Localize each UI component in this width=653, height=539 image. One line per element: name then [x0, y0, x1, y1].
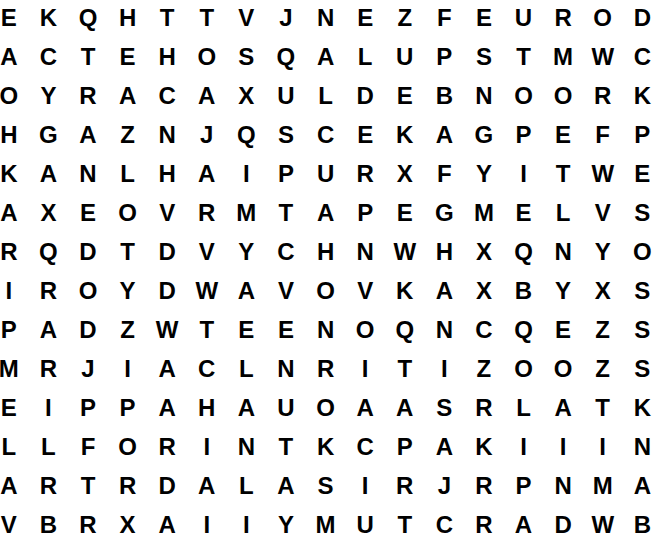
grid-cell-r10c7[interactable]: L: [227, 349, 267, 388]
grid-cell-r3c12[interactable]: B: [425, 76, 465, 115]
grid-cell-r10c15[interactable]: O: [543, 349, 583, 388]
grid-cell-r9c10[interactable]: O: [345, 310, 385, 349]
grid-cell-r7c14[interactable]: Q: [504, 232, 544, 271]
grid-cell-r13c6[interactable]: A: [187, 466, 227, 505]
grid-cell-r9c17[interactable]: S: [623, 310, 653, 349]
grid-cell-r4c3[interactable]: A: [68, 115, 108, 154]
grid-cell-r6c5[interactable]: V: [147, 193, 187, 232]
grid-cell-r7c5[interactable]: D: [147, 232, 187, 271]
grid-cell-r14c17[interactable]: B: [623, 505, 653, 539]
grid-cell-r6c11[interactable]: E: [385, 193, 425, 232]
grid-cell-r4c15[interactable]: E: [543, 115, 583, 154]
grid-cell-r1c16[interactable]: O: [583, 0, 623, 37]
grid-cell-r1c7[interactable]: V: [227, 0, 267, 37]
grid-cell-r10c14[interactable]: O: [504, 349, 544, 388]
grid-cell-r6c17[interactable]: S: [623, 193, 653, 232]
grid-cell-r4c13[interactable]: G: [464, 115, 504, 154]
grid-cell-r9c16[interactable]: Z: [583, 310, 623, 349]
grid-cell-r2c5[interactable]: H: [147, 37, 187, 76]
grid-cell-r5c16[interactable]: W: [583, 154, 623, 193]
grid-cell-r13c13[interactable]: R: [464, 466, 504, 505]
grid-cell-r12c17[interactable]: N: [623, 427, 653, 466]
grid-cell-r7c6[interactable]: V: [187, 232, 227, 271]
grid-cell-r4c11[interactable]: K: [385, 115, 425, 154]
letter-grid: EKQHTTVJNEZFEURODACTEHOSQALUPSTMWCOYRACA…: [0, 0, 653, 539]
grid-cell-r11c17[interactable]: K: [623, 388, 653, 427]
grid-cell-r14c10[interactable]: U: [345, 505, 385, 539]
grid-cell-r5c8[interactable]: P: [266, 154, 306, 193]
grid-cell-r10c17[interactable]: S: [623, 349, 653, 388]
grid-cell-r3c9[interactable]: L: [306, 76, 346, 115]
grid-cell-r4c10[interactable]: E: [345, 115, 385, 154]
grid-cell-r10c13[interactable]: Z: [464, 349, 504, 388]
grid-cell-r13c4[interactable]: R: [108, 466, 148, 505]
grid-cell-r3c8[interactable]: U: [266, 76, 306, 115]
grid-cell-r1c17[interactable]: D: [623, 0, 653, 37]
grid-cell-r9c12[interactable]: N: [425, 310, 465, 349]
grid-cell-r2c9[interactable]: A: [306, 37, 346, 76]
grid-cell-r8c3[interactable]: O: [68, 271, 108, 310]
grid-cell-r1c13[interactable]: E: [464, 0, 504, 37]
grid-cell-r5c5[interactable]: H: [147, 154, 187, 193]
grid-cell-r13c15[interactable]: N: [543, 466, 583, 505]
grid-cell-r12c13[interactable]: K: [464, 427, 504, 466]
grid-cell-r8c4[interactable]: Y: [108, 271, 148, 310]
grid-cell-r6c6[interactable]: R: [187, 193, 227, 232]
grid-cell-r11c12[interactable]: S: [425, 388, 465, 427]
grid-cell-r1c5[interactable]: T: [147, 0, 187, 37]
grid-cell-r3c3[interactable]: R: [68, 76, 108, 115]
grid-cell-r2c14[interactable]: T: [504, 37, 544, 76]
grid-cell-r14c14[interactable]: A: [504, 505, 544, 539]
word-search-board: EKQHTTVJNEZFEURODACTEHOSQALUPSTMWCOYRACA…: [0, 0, 653, 539]
grid-cell-r12c7[interactable]: N: [227, 427, 267, 466]
grid-cell-r5c9[interactable]: U: [306, 154, 346, 193]
grid-cell-r14c12[interactable]: C: [425, 505, 465, 539]
grid-cell-r5c12[interactable]: F: [425, 154, 465, 193]
grid-cell-r14c2[interactable]: B: [29, 505, 69, 539]
grid-cell-r14c5[interactable]: A: [147, 505, 187, 539]
grid-cell-r8c12[interactable]: A: [425, 271, 465, 310]
grid-cell-r9c11[interactable]: Q: [385, 310, 425, 349]
grid-cell-r5c2[interactable]: A: [29, 154, 69, 193]
grid-cell-r12c8[interactable]: T: [266, 427, 306, 466]
grid-cell-r12c2[interactable]: L: [29, 427, 69, 466]
grid-cell-r4c4[interactable]: Z: [108, 115, 148, 154]
grid-cell-r2c12[interactable]: P: [425, 37, 465, 76]
grid-cell-r5c14[interactable]: I: [504, 154, 544, 193]
grid-cell-r5c11[interactable]: X: [385, 154, 425, 193]
grid-cell-r1c6[interactable]: T: [187, 0, 227, 37]
grid-cell-r8c5[interactable]: D: [147, 271, 187, 310]
grid-cell-r8c11[interactable]: K: [385, 271, 425, 310]
grid-cell-r7c10[interactable]: N: [345, 232, 385, 271]
grid-cell-r4c12[interactable]: A: [425, 115, 465, 154]
grid-cell-r10c1[interactable]: M: [0, 349, 29, 388]
grid-cell-r2c1[interactable]: A: [0, 37, 29, 76]
grid-cell-r3c6[interactable]: A: [187, 76, 227, 115]
grid-cell-r11c8[interactable]: U: [266, 388, 306, 427]
grid-cell-r11c7[interactable]: A: [227, 388, 267, 427]
grid-cell-r4c1[interactable]: H: [0, 115, 29, 154]
grid-cell-r13c1[interactable]: A: [0, 466, 29, 505]
grid-cell-r3c4[interactable]: A: [108, 76, 148, 115]
grid-cell-r7c16[interactable]: Y: [583, 232, 623, 271]
grid-cell-r6c14[interactable]: E: [504, 193, 544, 232]
grid-cell-r11c16[interactable]: T: [583, 388, 623, 427]
grid-cell-r12c1[interactable]: L: [0, 427, 29, 466]
grid-cell-r7c2[interactable]: Q: [29, 232, 69, 271]
grid-cell-r5c15[interactable]: T: [543, 154, 583, 193]
grid-cell-r4c8[interactable]: S: [266, 115, 306, 154]
grid-cell-r13c3[interactable]: T: [68, 466, 108, 505]
grid-cell-r8c6[interactable]: W: [187, 271, 227, 310]
grid-cell-r10c8[interactable]: N: [266, 349, 306, 388]
grid-cell-r4c6[interactable]: J: [187, 115, 227, 154]
grid-cell-r11c11[interactable]: A: [385, 388, 425, 427]
grid-cell-r7c1[interactable]: R: [0, 232, 29, 271]
grid-cell-r4c16[interactable]: F: [583, 115, 623, 154]
grid-cell-r6c16[interactable]: V: [583, 193, 623, 232]
grid-cell-r11c1[interactable]: E: [0, 388, 29, 427]
grid-cell-r10c10[interactable]: I: [345, 349, 385, 388]
grid-cell-r14c9[interactable]: M: [306, 505, 346, 539]
grid-cell-r5c17[interactable]: E: [623, 154, 653, 193]
grid-cell-r12c16[interactable]: I: [583, 427, 623, 466]
grid-cell-r7c7[interactable]: Y: [227, 232, 267, 271]
grid-cell-r10c4[interactable]: I: [108, 349, 148, 388]
grid-cell-r2c8[interactable]: Q: [266, 37, 306, 76]
grid-cell-r3c11[interactable]: E: [385, 76, 425, 115]
grid-cell-r8c15[interactable]: Y: [543, 271, 583, 310]
grid-cell-r4c7[interactable]: Q: [227, 115, 267, 154]
grid-cell-r6c7[interactable]: M: [227, 193, 267, 232]
grid-cell-r13c17[interactable]: A: [623, 466, 653, 505]
grid-cell-r14c8[interactable]: Y: [266, 505, 306, 539]
grid-cell-r11c14[interactable]: L: [504, 388, 544, 427]
grid-cell-r13c14[interactable]: P: [504, 466, 544, 505]
grid-cell-r1c14[interactable]: U: [504, 0, 544, 37]
grid-cell-r11c2[interactable]: I: [29, 388, 69, 427]
grid-cell-r13c9[interactable]: S: [306, 466, 346, 505]
grid-cell-r3c15[interactable]: O: [543, 76, 583, 115]
grid-cell-r10c3[interactable]: J: [68, 349, 108, 388]
grid-cell-r12c3[interactable]: F: [68, 427, 108, 466]
grid-cell-r8c17[interactable]: S: [623, 271, 653, 310]
grid-cell-r7c17[interactable]: O: [623, 232, 653, 271]
grid-cell-r9c9[interactable]: N: [306, 310, 346, 349]
grid-cell-r12c11[interactable]: P: [385, 427, 425, 466]
grid-cell-r12c4[interactable]: O: [108, 427, 148, 466]
grid-cell-r8c8[interactable]: V: [266, 271, 306, 310]
grid-cell-r10c5[interactable]: A: [147, 349, 187, 388]
grid-cell-r4c9[interactable]: C: [306, 115, 346, 154]
grid-cell-r9c6[interactable]: T: [187, 310, 227, 349]
grid-cell-r5c3[interactable]: N: [68, 154, 108, 193]
grid-cell-r3c16[interactable]: R: [583, 76, 623, 115]
grid-cell-r5c1[interactable]: K: [0, 154, 29, 193]
grid-cell-r6c12[interactable]: G: [425, 193, 465, 232]
grid-cell-r8c1[interactable]: I: [0, 271, 29, 310]
grid-cell-r10c12[interactable]: I: [425, 349, 465, 388]
grid-cell-r11c5[interactable]: A: [147, 388, 187, 427]
grid-cell-r12c12[interactable]: A: [425, 427, 465, 466]
grid-cell-r14c11[interactable]: T: [385, 505, 425, 539]
grid-cell-r9c15[interactable]: E: [543, 310, 583, 349]
grid-cell-r4c14[interactable]: P: [504, 115, 544, 154]
grid-cell-r13c7[interactable]: L: [227, 466, 267, 505]
grid-cell-r2c11[interactable]: U: [385, 37, 425, 76]
grid-cell-r1c9[interactable]: N: [306, 0, 346, 37]
grid-cell-r11c10[interactable]: A: [345, 388, 385, 427]
grid-cell-r1c3[interactable]: Q: [68, 0, 108, 37]
grid-cell-r9c1[interactable]: P: [0, 310, 29, 349]
grid-cell-r7c12[interactable]: H: [425, 232, 465, 271]
grid-cell-r12c5[interactable]: R: [147, 427, 187, 466]
grid-cell-r2c6[interactable]: O: [187, 37, 227, 76]
grid-cell-r12c10[interactable]: C: [345, 427, 385, 466]
grid-cell-r14c6[interactable]: I: [187, 505, 227, 539]
grid-cell-r9c2[interactable]: A: [29, 310, 69, 349]
grid-cell-r6c10[interactable]: P: [345, 193, 385, 232]
grid-cell-r5c10[interactable]: R: [345, 154, 385, 193]
grid-cell-r7c4[interactable]: T: [108, 232, 148, 271]
grid-cell-r12c6[interactable]: I: [187, 427, 227, 466]
grid-cell-r11c13[interactable]: R: [464, 388, 504, 427]
grid-cell-r5c13[interactable]: Y: [464, 154, 504, 193]
grid-cell-r13c8[interactable]: A: [266, 466, 306, 505]
grid-cell-r7c9[interactable]: H: [306, 232, 346, 271]
grid-cell-r2c16[interactable]: W: [583, 37, 623, 76]
grid-cell-r8c14[interactable]: B: [504, 271, 544, 310]
grid-cell-r6c8[interactable]: T: [266, 193, 306, 232]
grid-cell-r9c3[interactable]: D: [68, 310, 108, 349]
grid-cell-r2c2[interactable]: C: [29, 37, 69, 76]
grid-cell-r8c13[interactable]: X: [464, 271, 504, 310]
grid-cell-r6c2[interactable]: X: [29, 193, 69, 232]
grid-cell-r11c9[interactable]: O: [306, 388, 346, 427]
grid-cell-r2c13[interactable]: S: [464, 37, 504, 76]
grid-cell-r7c11[interactable]: W: [385, 232, 425, 271]
grid-cell-r11c3[interactable]: P: [68, 388, 108, 427]
grid-cell-r1c15[interactable]: R: [543, 0, 583, 37]
grid-cell-r1c4[interactable]: H: [108, 0, 148, 37]
grid-cell-r10c6[interactable]: C: [187, 349, 227, 388]
grid-cell-r7c3[interactable]: D: [68, 232, 108, 271]
grid-cell-r11c15[interactable]: A: [543, 388, 583, 427]
grid-cell-r1c8[interactable]: J: [266, 0, 306, 37]
grid-cell-r6c9[interactable]: A: [306, 193, 346, 232]
grid-cell-r13c10[interactable]: I: [345, 466, 385, 505]
grid-cell-r6c1[interactable]: A: [0, 193, 29, 232]
grid-cell-r4c17[interactable]: P: [623, 115, 653, 154]
grid-cell-r3c7[interactable]: X: [227, 76, 267, 115]
grid-cell-r3c5[interactable]: C: [147, 76, 187, 115]
grid-cell-r7c15[interactable]: N: [543, 232, 583, 271]
grid-cell-r7c13[interactable]: X: [464, 232, 504, 271]
grid-cell-r2c15[interactable]: M: [543, 37, 583, 76]
grid-cell-r14c15[interactable]: D: [543, 505, 583, 539]
grid-cell-r14c7[interactable]: I: [227, 505, 267, 539]
grid-cell-r8c2[interactable]: R: [29, 271, 69, 310]
grid-cell-r3c13[interactable]: N: [464, 76, 504, 115]
grid-cell-r2c4[interactable]: E: [108, 37, 148, 76]
grid-cell-r14c3[interactable]: R: [68, 505, 108, 539]
grid-cell-r6c4[interactable]: O: [108, 193, 148, 232]
grid-cell-r12c9[interactable]: K: [306, 427, 346, 466]
grid-cell-r6c15[interactable]: L: [543, 193, 583, 232]
grid-cell-r9c14[interactable]: Q: [504, 310, 544, 349]
grid-cell-r9c13[interactable]: C: [464, 310, 504, 349]
grid-cell-r10c11[interactable]: T: [385, 349, 425, 388]
grid-cell-r3c10[interactable]: D: [345, 76, 385, 115]
grid-cell-r10c9[interactable]: R: [306, 349, 346, 388]
grid-cell-r1c2[interactable]: K: [29, 0, 69, 37]
grid-cell-r14c16[interactable]: W: [583, 505, 623, 539]
grid-cell-r8c16[interactable]: X: [583, 271, 623, 310]
grid-cell-r9c4[interactable]: Z: [108, 310, 148, 349]
grid-cell-r12c15[interactable]: I: [543, 427, 583, 466]
grid-cell-r4c2[interactable]: G: [29, 115, 69, 154]
grid-cell-r13c11[interactable]: R: [385, 466, 425, 505]
grid-cell-r13c12[interactable]: J: [425, 466, 465, 505]
grid-cell-r10c2[interactable]: R: [29, 349, 69, 388]
grid-cell-r2c3[interactable]: T: [68, 37, 108, 76]
grid-cell-r3c2[interactable]: Y: [29, 76, 69, 115]
grid-cell-r5c6[interactable]: A: [187, 154, 227, 193]
grid-cell-r1c10[interactable]: E: [345, 0, 385, 37]
grid-cell-r3c17[interactable]: K: [623, 76, 653, 115]
grid-cell-r1c11[interactable]: Z: [385, 0, 425, 37]
grid-cell-r1c1[interactable]: E: [0, 0, 29, 37]
grid-cell-r2c17[interactable]: C: [623, 37, 653, 76]
grid-cell-r9c8[interactable]: E: [266, 310, 306, 349]
grid-cell-r12c14[interactable]: I: [504, 427, 544, 466]
grid-cell-r5c4[interactable]: L: [108, 154, 148, 193]
grid-cell-r8c10[interactable]: V: [345, 271, 385, 310]
grid-cell-r14c13[interactable]: R: [464, 505, 504, 539]
grid-cell-r2c7[interactable]: S: [227, 37, 267, 76]
grid-cell-r13c16[interactable]: M: [583, 466, 623, 505]
grid-cell-r6c3[interactable]: E: [68, 193, 108, 232]
grid-cell-r13c2[interactable]: R: [29, 466, 69, 505]
grid-cell-r3c1[interactable]: O: [0, 76, 29, 115]
grid-cell-r1c12[interactable]: F: [425, 0, 465, 37]
grid-cell-r2c10[interactable]: L: [345, 37, 385, 76]
grid-cell-r8c7[interactable]: A: [227, 271, 267, 310]
grid-cell-r3c14[interactable]: O: [504, 76, 544, 115]
grid-cell-r10c16[interactable]: Z: [583, 349, 623, 388]
grid-cell-r5c7[interactable]: I: [227, 154, 267, 193]
grid-cell-r11c6[interactable]: H: [187, 388, 227, 427]
grid-cell-r11c4[interactable]: P: [108, 388, 148, 427]
grid-cell-r9c5[interactable]: W: [147, 310, 187, 349]
grid-cell-r4c5[interactable]: N: [147, 115, 187, 154]
grid-cell-r13c5[interactable]: D: [147, 466, 187, 505]
grid-cell-r14c1[interactable]: V: [0, 505, 29, 539]
grid-cell-r6c13[interactable]: M: [464, 193, 504, 232]
grid-cell-r8c9[interactable]: O: [306, 271, 346, 310]
grid-cell-r9c7[interactable]: E: [227, 310, 267, 349]
grid-cell-r7c8[interactable]: C: [266, 232, 306, 271]
grid-cell-r14c4[interactable]: X: [108, 505, 148, 539]
